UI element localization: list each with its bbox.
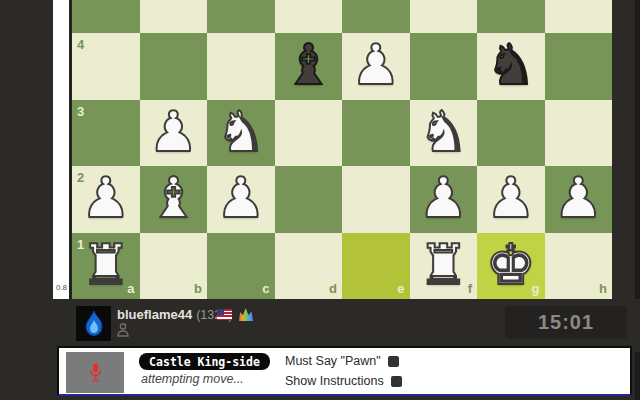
square-f1[interactable]: f♜︎ [410,233,478,300]
white-knight: ♞︎ [216,104,266,160]
player-clock: 15:01 [505,306,627,339]
player-avatar[interactable] [76,306,111,341]
chess-board: 87654♝︎♟︎♞︎3♟︎♞︎♞︎2♟︎♝︎♟︎♟︎♟︎♟︎1a♜︎bcdef… [69,0,612,299]
white-king: ♚︎ [486,237,536,293]
us-flag-icon [217,309,232,320]
square-d2[interactable] [275,166,343,233]
microphone-button[interactable] [66,352,124,393]
board-squares: 87654♝︎♟︎♞︎3♟︎♞︎♞︎2♟︎♝︎♟︎♟︎♟︎♟︎1a♜︎bcdef… [72,0,612,299]
microphone-icon [89,363,102,382]
square-e5[interactable] [342,0,410,33]
square-d1[interactable]: d [275,233,343,300]
player-username[interactable]: blueflame44(1320) [117,307,232,322]
square-a3[interactable]: 3 [72,100,140,167]
must-say-pawn-checkbox[interactable] [388,356,399,367]
white-pawn: ♟︎ [81,170,131,226]
square-f3[interactable]: ♞︎ [410,100,478,167]
square-a5[interactable]: 5 [72,0,140,33]
white-pawn: ♟︎ [148,104,198,160]
white-rook: ♜︎ [418,237,468,293]
blue-flame-avatar-icon [83,310,105,338]
square-f4[interactable] [410,33,478,100]
rank-label-3: 3 [77,105,84,118]
file-label-b: b [194,282,202,295]
square-e2[interactable] [342,166,410,233]
square-g5[interactable] [477,0,545,33]
square-c4[interactable] [207,33,275,100]
show-instructions-checkbox[interactable] [391,376,402,387]
square-g3[interactable] [477,100,545,167]
square-e4[interactable]: ♟︎ [342,33,410,100]
square-e1[interactable]: e [342,233,410,300]
white-pawn: ♟︎ [418,170,468,226]
rainbow-flair-icon [239,308,253,321]
move-status-text: attempting move... [141,372,244,386]
square-h1[interactable]: h [545,233,613,300]
file-label-d: d [329,282,337,295]
square-d5[interactable] [275,0,343,33]
black-knight: ♞︎ [486,37,536,93]
person-icon [117,323,129,341]
square-g1[interactable]: g♚︎ [477,233,545,300]
voice-extension-panel: Castle King-side attempting move... Must… [57,346,632,396]
show-instructions-label: Show Instructions [285,374,384,388]
square-g2[interactable]: ♟︎ [477,166,545,233]
square-e3[interactable] [342,100,410,167]
square-a4[interactable]: 4 [72,33,140,100]
left-sidebar [0,0,53,400]
black-bishop: ♝︎ [283,37,333,93]
square-b3[interactable]: ♟︎ [140,100,208,167]
white-rook: ♜︎ [81,237,131,293]
page-gutter [53,0,69,302]
file-label-h: h [599,282,607,295]
square-a1[interactable]: 1a♜︎ [72,233,140,300]
rank-label-4: 4 [77,38,84,51]
white-pawn: ♟︎ [216,170,266,226]
white-pawn: ♟︎ [553,170,603,226]
square-b5[interactable] [140,0,208,33]
square-c3[interactable]: ♞︎ [207,100,275,167]
file-label-c: c [262,282,269,295]
square-h5[interactable] [545,0,613,33]
player-bar: blueflame44(1320) 15:01 [53,299,640,352]
square-h3[interactable] [545,100,613,167]
white-pawn: ♟︎ [486,170,536,226]
square-b1[interactable]: b [140,233,208,300]
white-pawn: ♟︎ [351,37,401,93]
square-g4[interactable]: ♞︎ [477,33,545,100]
must-say-pawn-label: Must Say "Pawn" [285,354,381,368]
square-d3[interactable] [275,100,343,167]
square-h2[interactable]: ♟︎ [545,166,613,233]
square-b4[interactable] [140,33,208,100]
square-f2[interactable]: ♟︎ [410,166,478,233]
zoom-scale-label: 0.8 [54,283,69,292]
username-text: blueflame44 [117,307,192,322]
square-f5[interactable] [410,0,478,33]
file-label-e: e [397,282,404,295]
white-knight: ♞︎ [418,104,468,160]
voice-command-pill: Castle King-side [139,353,270,370]
square-h4[interactable] [545,33,613,100]
square-c1[interactable]: c [207,233,275,300]
square-c5[interactable] [207,0,275,33]
page: 0.8 87654♝︎♟︎♞︎3♟︎♞︎♞︎2♟︎♝︎♟︎♟︎♟︎♟︎1a♜︎b… [0,0,640,400]
square-d4[interactable]: ♝︎ [275,33,343,100]
square-a2[interactable]: 2♟︎ [72,166,140,233]
square-b2[interactable]: ♝︎ [140,166,208,233]
white-bishop: ♝︎ [148,170,198,226]
square-c2[interactable]: ♟︎ [207,166,275,233]
